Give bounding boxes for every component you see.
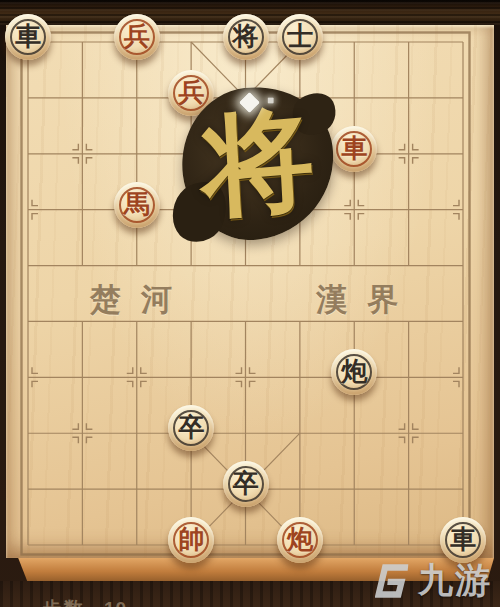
piece-character: 士: [277, 14, 323, 60]
river-label-hanjie: 漢界: [316, 279, 418, 321]
piece-black-general[interactable]: 将: [223, 14, 269, 60]
piece-black-cannon[interactable]: 炮: [331, 349, 377, 395]
piece-character: 将: [223, 14, 269, 60]
jiuyou-watermark: 九游: [375, 557, 492, 604]
move-counter: 步数10: [42, 596, 127, 607]
piece-character: 士: [277, 126, 323, 172]
piece-black-advisor-a[interactable]: 士: [277, 14, 323, 60]
piece-black-pawn-a[interactable]: 卒: [168, 405, 214, 451]
piece-red-pawn-b[interactable]: 兵: [168, 70, 214, 116]
piece-character: 炮: [331, 349, 377, 395]
piece-character: 炮: [277, 517, 323, 563]
piece-red-horse[interactable]: 馬: [114, 182, 160, 228]
move-counter-label: 步数: [42, 598, 86, 607]
jiuyou-logo-text: 九游: [418, 557, 492, 604]
piece-character: 馬: [114, 182, 160, 228]
river-label-chuhe: 楚河: [90, 279, 192, 321]
piece-character: 車: [331, 126, 377, 172]
piece-character: 卒: [168, 405, 214, 451]
piece-character: 兵: [114, 14, 160, 60]
piece-black-pawn-b[interactable]: 卒: [223, 461, 269, 507]
piece-red-pawn-a[interactable]: 兵: [114, 14, 160, 60]
move-counter-value: 10: [104, 598, 127, 607]
piece-red-general[interactable]: 帥: [168, 517, 214, 563]
piece-character: 兵: [168, 70, 214, 116]
piece-character: 帥: [168, 517, 214, 563]
game-screen: 楚河 漢界 車兵将士兵士車馬炮卒卒帥炮車 将 步数10 九游: [0, 0, 500, 607]
piece-red-cannon[interactable]: 炮: [277, 517, 323, 563]
piece-red-chariot[interactable]: 車: [331, 126, 377, 172]
piece-character: 卒: [223, 461, 269, 507]
piece-black-advisor-b[interactable]: 士: [277, 126, 323, 172]
piece-character: 車: [5, 14, 51, 60]
jiuyou-logo-icon: [375, 560, 411, 602]
piece-black-chariot-a[interactable]: 車: [5, 14, 51, 60]
xiangqi-board[interactable]: 楚河 漢界 車兵将士兵士車馬炮卒卒帥炮車 将: [6, 25, 494, 558]
